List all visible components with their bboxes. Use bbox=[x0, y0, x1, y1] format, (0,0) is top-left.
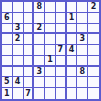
digit: 2 bbox=[36, 24, 42, 32]
digit: 6 bbox=[4, 14, 10, 22]
cell-r1c6[interactable] bbox=[56, 2, 67, 13]
digit: 2 bbox=[91, 3, 97, 11]
cell-r7c4[interactable]: 3 bbox=[34, 67, 45, 78]
cell-r2c9[interactable] bbox=[88, 13, 99, 24]
digit: 3 bbox=[36, 68, 42, 76]
cell-r7c7[interactable] bbox=[67, 67, 78, 78]
cell-r8c3[interactable] bbox=[24, 77, 35, 88]
cell-r7c2[interactable] bbox=[13, 67, 24, 78]
cell-r5c1[interactable] bbox=[2, 45, 13, 56]
digit: 2 bbox=[15, 35, 21, 43]
cell-r5c5[interactable] bbox=[45, 45, 56, 56]
cell-r7c5[interactable] bbox=[45, 67, 56, 78]
digit: 8 bbox=[80, 68, 86, 76]
cell-r8c7[interactable] bbox=[67, 77, 78, 88]
cell-r5c6[interactable]: 7 bbox=[56, 45, 67, 56]
cell-r4c5[interactable] bbox=[45, 34, 56, 45]
digit: 1 bbox=[47, 56, 53, 64]
cell-r7c8[interactable]: 8 bbox=[77, 67, 88, 78]
cell-r3c4[interactable]: 2 bbox=[34, 24, 45, 35]
cell-r2c4[interactable] bbox=[34, 13, 45, 24]
cell-r3c5[interactable] bbox=[45, 24, 56, 35]
cell-r9c8[interactable] bbox=[77, 88, 88, 99]
cell-r5c9[interactable] bbox=[88, 45, 99, 56]
digit: 5 bbox=[4, 78, 10, 86]
cell-r6c5[interactable]: 1 bbox=[45, 56, 56, 67]
cell-r4c2[interactable]: 2 bbox=[13, 34, 24, 45]
cell-r4c9[interactable] bbox=[88, 34, 99, 45]
cell-r8c1[interactable]: 5 bbox=[2, 77, 13, 88]
cell-r3c1[interactable] bbox=[2, 24, 13, 35]
cell-r6c4[interactable] bbox=[34, 56, 45, 67]
cell-r8c5[interactable] bbox=[45, 77, 56, 88]
cell-r8c2[interactable]: 4 bbox=[13, 77, 24, 88]
digit: 3 bbox=[15, 24, 21, 32]
cell-r1c2[interactable] bbox=[13, 2, 24, 13]
cell-r3c7[interactable] bbox=[67, 24, 78, 35]
cell-r6c9[interactable] bbox=[88, 56, 99, 67]
cell-r9c4[interactable] bbox=[34, 88, 45, 99]
cell-r5c3[interactable] bbox=[24, 45, 35, 56]
cell-r3c8[interactable] bbox=[77, 24, 88, 35]
cell-r4c7[interactable] bbox=[67, 34, 78, 45]
digit: 1 bbox=[4, 90, 10, 98]
cell-r2c5[interactable] bbox=[45, 13, 56, 24]
cell-r1c9[interactable]: 2 bbox=[88, 2, 99, 13]
cell-r6c1[interactable] bbox=[2, 56, 13, 67]
cell-r3c3[interactable] bbox=[24, 24, 35, 35]
cell-r8c8[interactable] bbox=[77, 77, 88, 88]
cell-r7c3[interactable] bbox=[24, 67, 35, 78]
cell-r9c2[interactable] bbox=[13, 88, 24, 99]
cell-r3c2[interactable]: 3 bbox=[13, 24, 24, 35]
cell-r2c1[interactable]: 6 bbox=[2, 13, 13, 24]
cell-r4c1[interactable] bbox=[2, 34, 13, 45]
cell-r9c7[interactable] bbox=[67, 88, 78, 99]
digit: 1 bbox=[69, 14, 75, 22]
digit: 8 bbox=[36, 3, 42, 11]
cell-r1c3[interactable] bbox=[24, 2, 35, 13]
digit: 7 bbox=[57, 46, 63, 54]
cell-r1c5[interactable] bbox=[45, 2, 56, 13]
cell-r2c2[interactable] bbox=[13, 13, 24, 24]
cell-r9c3[interactable]: 7 bbox=[24, 88, 35, 99]
cell-r6c7[interactable] bbox=[67, 56, 78, 67]
cell-r5c2[interactable] bbox=[13, 45, 24, 56]
cell-r9c1[interactable]: 1 bbox=[2, 88, 13, 99]
cell-r2c6[interactable] bbox=[56, 13, 67, 24]
cell-r6c6[interactable] bbox=[56, 56, 67, 67]
cell-r4c3[interactable] bbox=[24, 34, 35, 45]
cell-r2c7[interactable]: 1 bbox=[67, 13, 78, 24]
digit: 4 bbox=[15, 78, 21, 86]
cell-r2c3[interactable] bbox=[24, 13, 35, 24]
cell-r3c6[interactable] bbox=[56, 24, 67, 35]
cell-r5c4[interactable] bbox=[34, 45, 45, 56]
cell-r4c8[interactable]: 3 bbox=[77, 34, 88, 45]
cell-r7c1[interactable] bbox=[2, 67, 13, 78]
cell-r6c3[interactable] bbox=[24, 56, 35, 67]
cell-r5c8[interactable] bbox=[77, 45, 88, 56]
cell-r9c6[interactable] bbox=[56, 88, 67, 99]
cell-r2c8[interactable] bbox=[77, 13, 88, 24]
cell-r8c4[interactable] bbox=[34, 77, 45, 88]
digit: 7 bbox=[25, 90, 31, 98]
cell-r6c8[interactable] bbox=[77, 56, 88, 67]
digit: 3 bbox=[80, 35, 86, 43]
cell-r1c4[interactable]: 8 bbox=[34, 2, 45, 13]
cell-r7c9[interactable] bbox=[88, 67, 99, 78]
cell-r9c5[interactable] bbox=[45, 88, 56, 99]
cell-r4c4[interactable] bbox=[34, 34, 45, 45]
cell-r8c6[interactable] bbox=[56, 77, 67, 88]
cell-r1c1[interactable] bbox=[2, 2, 13, 13]
digit: 4 bbox=[69, 46, 75, 54]
cell-r5c7[interactable]: 4 bbox=[67, 45, 78, 56]
cell-r9c9[interactable] bbox=[88, 88, 99, 99]
sudoku-board: 82613223741385417 bbox=[0, 0, 101, 101]
cell-r1c7[interactable] bbox=[67, 2, 78, 13]
cell-r7c6[interactable] bbox=[56, 67, 67, 78]
cell-r8c9[interactable] bbox=[88, 77, 99, 88]
cell-r1c8[interactable] bbox=[77, 2, 88, 13]
cell-r4c6[interactable] bbox=[56, 34, 67, 45]
cell-r3c9[interactable] bbox=[88, 24, 99, 35]
cell-r6c2[interactable] bbox=[13, 56, 24, 67]
